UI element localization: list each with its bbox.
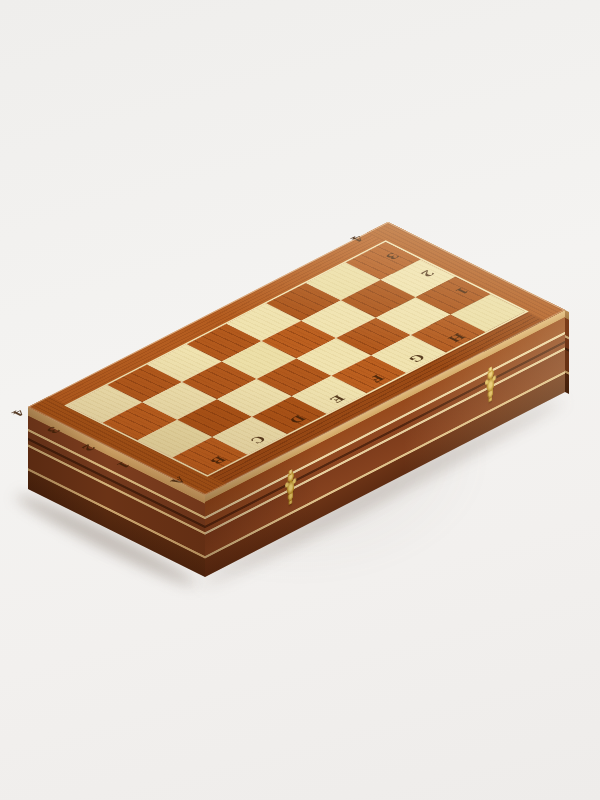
product-photo: ABCDEFGH 4321 4321	[0, 0, 600, 800]
brass-clasp-right	[485, 364, 496, 404]
brass-clasp-left	[285, 467, 296, 507]
